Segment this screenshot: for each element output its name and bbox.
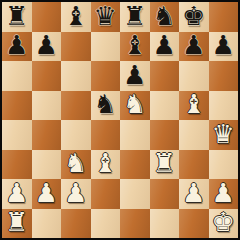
black-pawn-icon: ♟ [35,32,58,58]
square-g4[interactable] [179,120,209,150]
square-a4[interactable] [2,120,32,150]
black-pawn-icon: ♟ [5,32,28,58]
white-queen-icon: ♛ [212,121,235,147]
square-h5[interactable] [209,91,239,121]
square-d5[interactable]: ♞ [91,91,121,121]
black-pawn-icon: ♟ [212,32,235,58]
black-rook-icon: ♜ [123,3,146,29]
white-rook-icon: ♜ [5,209,28,235]
square-h8[interactable] [209,2,239,32]
square-f1[interactable] [150,209,180,239]
square-c2[interactable]: ♟ [61,179,91,209]
square-b5[interactable] [32,91,62,121]
square-f3[interactable]: ♜ [150,150,180,180]
black-king-icon: ♚ [182,3,205,29]
square-g7[interactable]: ♟ [179,32,209,62]
square-g3[interactable] [179,150,209,180]
square-f4[interactable] [150,120,180,150]
white-pawn-icon: ♟ [212,180,235,206]
square-h3[interactable] [209,150,239,180]
square-g8[interactable]: ♚ [179,2,209,32]
square-g5[interactable]: ♝ [179,91,209,121]
square-e1[interactable] [120,209,150,239]
square-e6[interactable]: ♟ [120,61,150,91]
white-knight-icon: ♞ [123,91,146,117]
square-a3[interactable] [2,150,32,180]
square-a1[interactable]: ♜ [2,209,32,239]
square-b3[interactable] [32,150,62,180]
square-g2[interactable]: ♟ [179,179,209,209]
square-c5[interactable] [61,91,91,121]
square-d4[interactable] [91,120,121,150]
square-f5[interactable] [150,91,180,121]
square-c1[interactable] [61,209,91,239]
square-c6[interactable] [61,61,91,91]
square-h1[interactable]: ♚ [209,209,239,239]
square-e4[interactable] [120,120,150,150]
white-pawn-icon: ♟ [5,180,28,206]
square-e2[interactable] [120,179,150,209]
square-c8[interactable]: ♝ [61,2,91,32]
square-b1[interactable] [32,209,62,239]
black-rook-icon: ♜ [5,3,28,29]
square-c3[interactable]: ♞ [61,150,91,180]
square-a2[interactable]: ♟ [2,179,32,209]
black-pawn-icon: ♟ [182,32,205,58]
white-pawn-icon: ♟ [182,180,205,206]
square-a7[interactable]: ♟ [2,32,32,62]
square-g1[interactable] [179,209,209,239]
square-b6[interactable] [32,61,62,91]
chess-board: ♜♝♛♜♞♚♟♟♝♟♟♟♟♞♞♝♛♞♝♜♟♟♟♟♟♜♚ [0,0,240,240]
black-bishop-icon: ♝ [123,32,146,58]
square-f7[interactable]: ♟ [150,32,180,62]
square-c7[interactable] [61,32,91,62]
white-bishop-icon: ♝ [94,150,117,176]
square-d2[interactable] [91,179,121,209]
black-queen-icon: ♛ [94,3,117,29]
square-a6[interactable] [2,61,32,91]
square-h2[interactable]: ♟ [209,179,239,209]
square-h4[interactable]: ♛ [209,120,239,150]
square-f8[interactable]: ♞ [150,2,180,32]
square-e7[interactable]: ♝ [120,32,150,62]
black-knight-icon: ♞ [94,91,117,117]
white-rook-icon: ♜ [153,150,176,176]
black-knight-icon: ♞ [153,3,176,29]
square-b4[interactable] [32,120,62,150]
black-pawn-icon: ♟ [123,62,146,88]
white-king-icon: ♚ [212,209,235,235]
square-a5[interactable] [2,91,32,121]
square-h7[interactable]: ♟ [209,32,239,62]
white-bishop-icon: ♝ [182,91,205,117]
square-d7[interactable] [91,32,121,62]
square-f6[interactable] [150,61,180,91]
black-bishop-icon: ♝ [64,3,87,29]
square-a8[interactable]: ♜ [2,2,32,32]
white-knight-icon: ♞ [64,150,87,176]
square-b8[interactable] [32,2,62,32]
square-e5[interactable]: ♞ [120,91,150,121]
square-d6[interactable] [91,61,121,91]
black-pawn-icon: ♟ [153,32,176,58]
square-d3[interactable]: ♝ [91,150,121,180]
square-e8[interactable]: ♜ [120,2,150,32]
square-d1[interactable] [91,209,121,239]
square-f2[interactable] [150,179,180,209]
square-h6[interactable] [209,61,239,91]
square-b7[interactable]: ♟ [32,32,62,62]
square-d8[interactable]: ♛ [91,2,121,32]
white-pawn-icon: ♟ [35,180,58,206]
square-b2[interactable]: ♟ [32,179,62,209]
square-c4[interactable] [61,120,91,150]
square-g6[interactable] [179,61,209,91]
square-e3[interactable] [120,150,150,180]
white-pawn-icon: ♟ [64,180,87,206]
